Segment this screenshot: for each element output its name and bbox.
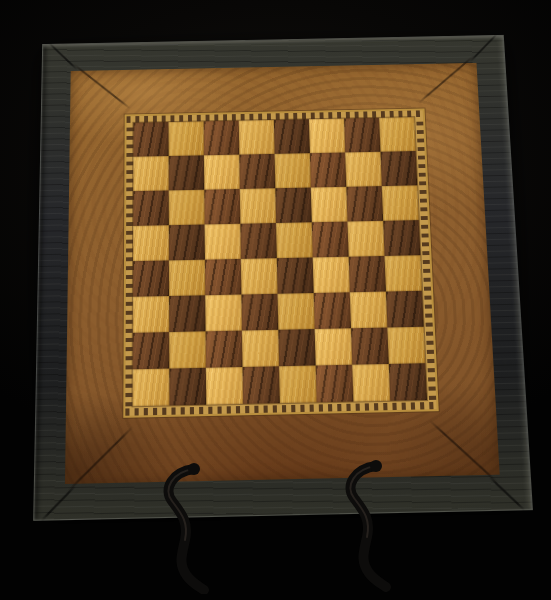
square-e3[interactable] (278, 293, 315, 330)
square-f8[interactable] (309, 119, 345, 154)
square-e1[interactable] (279, 365, 317, 403)
square-c8[interactable] (204, 121, 240, 156)
square-f3[interactable] (314, 292, 351, 329)
square-g8[interactable] (344, 118, 380, 153)
square-e2[interactable] (278, 329, 315, 366)
display-stand-right-foot (340, 460, 392, 592)
square-b7[interactable] (169, 155, 205, 190)
square-a8[interactable] (133, 122, 168, 157)
square-c7[interactable] (204, 155, 240, 190)
square-g4[interactable] (349, 256, 386, 292)
square-a7[interactable] (133, 156, 169, 191)
square-a4[interactable] (133, 260, 169, 296)
square-b2[interactable] (169, 331, 206, 368)
square-f2[interactable] (315, 328, 353, 365)
square-d8[interactable] (239, 120, 275, 155)
square-g5[interactable] (347, 221, 384, 257)
square-c6[interactable] (204, 189, 240, 225)
square-f5[interactable] (312, 222, 349, 258)
board-burl-border (65, 63, 500, 484)
square-g7[interactable] (345, 152, 382, 187)
square-f7[interactable] (310, 152, 346, 187)
square-h2[interactable] (387, 327, 425, 364)
square-c5[interactable] (205, 224, 241, 260)
square-h7[interactable] (380, 151, 417, 186)
square-g6[interactable] (346, 186, 383, 221)
square-e7[interactable] (275, 153, 311, 188)
square-h5[interactable] (383, 220, 420, 256)
square-h8[interactable] (379, 117, 416, 152)
square-g3[interactable] (350, 292, 388, 329)
square-a1[interactable] (133, 369, 170, 407)
square-c1[interactable] (206, 367, 243, 405)
square-b5[interactable] (169, 224, 205, 260)
square-h3[interactable] (386, 291, 424, 328)
square-f1[interactable] (316, 365, 354, 403)
chessboard (33, 35, 533, 521)
square-d5[interactable] (240, 223, 276, 259)
square-h6[interactable] (382, 185, 419, 220)
square-e5[interactable] (276, 222, 313, 258)
square-d6[interactable] (240, 188, 276, 223)
board-squares-grid (133, 117, 427, 406)
square-d7[interactable] (239, 154, 275, 189)
square-a6[interactable] (133, 190, 169, 226)
square-c4[interactable] (205, 259, 241, 295)
square-b6[interactable] (169, 190, 205, 226)
square-b1[interactable] (169, 368, 206, 406)
square-f4[interactable] (313, 257, 350, 293)
square-c2[interactable] (206, 331, 243, 368)
square-f6[interactable] (311, 187, 348, 222)
square-e4[interactable] (277, 257, 314, 293)
board-checkered-banding (123, 108, 438, 417)
square-e6[interactable] (275, 188, 311, 223)
square-d3[interactable] (241, 294, 278, 331)
square-b3[interactable] (169, 295, 205, 332)
square-a2[interactable] (133, 332, 170, 369)
square-d4[interactable] (241, 258, 278, 294)
board-outer-frame (33, 35, 533, 521)
square-a5[interactable] (133, 225, 169, 261)
square-g1[interactable] (352, 364, 390, 402)
display-stand-left-foot (158, 462, 210, 594)
square-d1[interactable] (242, 366, 279, 404)
photo-background (0, 0, 551, 600)
square-h4[interactable] (385, 255, 423, 291)
square-a3[interactable] (133, 296, 169, 333)
square-c3[interactable] (205, 295, 242, 332)
square-e8[interactable] (274, 119, 310, 154)
square-b8[interactable] (169, 121, 204, 156)
square-g2[interactable] (351, 328, 389, 365)
square-d2[interactable] (242, 330, 279, 367)
square-b4[interactable] (169, 260, 205, 296)
square-h1[interactable] (389, 363, 427, 401)
